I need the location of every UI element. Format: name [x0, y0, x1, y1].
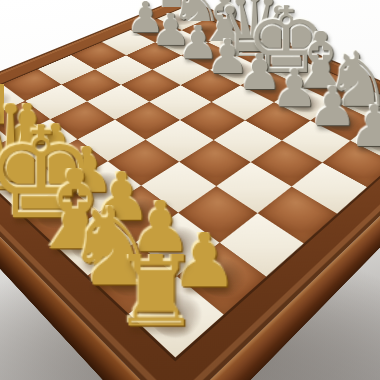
wooden-chess-case: ♜♞♝♛♚♝♞♜♟♟♟♟♟♟♟♟♟♟♟♟♟♟♟♟♜♞♝♛♚♝♞♜ [0, 0, 380, 380]
piece-white-rook-h1[interactable]: ♜ [112, 253, 201, 330]
piece-black-pawn-h7[interactable]: ♟ [349, 104, 380, 149]
chess-table-photo: ♜♞♝♛♚♝♞♜♟♟♟♟♟♟♟♟♟♟♟♟♟♟♟♟♜♞♝♛♚♝♞♜ [0, 0, 380, 380]
perspective-scene: ♜♞♝♛♚♝♞♜♟♟♟♟♟♟♟♟♟♟♟♟♟♟♟♟♜♞♝♛♚♝♞♜ [0, 0, 380, 380]
square-h7[interactable]: ♟ [350, 121, 380, 163]
